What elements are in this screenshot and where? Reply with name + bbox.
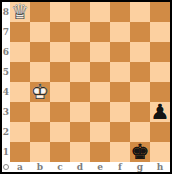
chess-diagram: 87654321 ♛♕♚♔♟♚ abcdefgh [0,0,172,174]
square-b4[interactable]: ♚♔ [30,82,50,102]
rank-labels: 87654321 [2,2,10,162]
square-h3[interactable]: ♟ [150,102,170,122]
square-f1[interactable] [110,142,130,162]
square-g7[interactable] [130,22,150,42]
square-a4[interactable] [10,82,30,102]
square-a7[interactable] [10,22,30,42]
square-b5[interactable] [30,62,50,82]
square-a3[interactable] [10,102,30,122]
square-e2[interactable] [90,122,110,142]
rank-label-8: 8 [2,2,10,22]
square-c6[interactable] [50,42,70,62]
file-label-e: e [90,162,110,172]
file-label-h: h [150,162,170,172]
file-label-b: b [30,162,50,172]
square-f6[interactable] [110,42,130,62]
rank-label-7: 7 [2,22,10,42]
square-d1[interactable] [70,142,90,162]
square-g6[interactable] [130,42,150,62]
square-g3[interactable] [130,102,150,122]
square-a1[interactable] [10,142,30,162]
rank-label-4: 4 [2,82,10,102]
square-f8[interactable] [110,2,130,22]
rank-label-1: 1 [2,142,10,162]
square-c8[interactable] [50,2,70,22]
square-f7[interactable] [110,22,130,42]
square-c4[interactable] [50,82,70,102]
square-b7[interactable] [30,22,50,42]
square-f4[interactable] [110,82,130,102]
square-g5[interactable] [130,62,150,82]
square-b6[interactable] [30,42,50,62]
square-h1[interactable] [150,142,170,162]
file-label-g: g [130,162,150,172]
square-h6[interactable] [150,42,170,62]
white-queen[interactable]: ♕ [10,2,30,22]
square-e8[interactable] [90,2,110,22]
square-f3[interactable] [110,102,130,122]
white-king-fill: ♚ [30,82,50,102]
square-a8[interactable]: ♛♕ [10,2,30,22]
rank-label-2: 2 [2,122,10,142]
square-b2[interactable] [30,122,50,142]
black-pawn[interactable]: ♟ [150,102,170,122]
square-b8[interactable] [30,2,50,22]
square-c3[interactable] [50,102,70,122]
file-labels: abcdefgh [10,162,170,172]
square-d5[interactable] [70,62,90,82]
square-c5[interactable] [50,62,70,82]
square-b3[interactable] [30,102,50,122]
square-e6[interactable] [90,42,110,62]
square-e5[interactable] [90,62,110,82]
square-h7[interactable] [150,22,170,42]
square-g2[interactable] [130,122,150,142]
chess-board: ♛♕♚♔♟♚ [10,2,170,162]
square-b1[interactable] [30,142,50,162]
square-h4[interactable] [150,82,170,102]
square-h5[interactable] [150,62,170,82]
square-f5[interactable] [110,62,130,82]
square-g1[interactable]: ♚ [130,142,150,162]
square-e1[interactable] [90,142,110,162]
square-c7[interactable] [50,22,70,42]
square-d8[interactable] [70,2,90,22]
board-frame: 87654321 ♛♕♚♔♟♚ abcdefgh [2,2,170,172]
square-a6[interactable] [10,42,30,62]
square-a5[interactable] [10,62,30,82]
square-d3[interactable] [70,102,90,122]
square-h2[interactable] [150,122,170,142]
square-g8[interactable] [130,2,150,22]
square-c1[interactable] [50,142,70,162]
rank-label-3: 3 [2,102,10,122]
white-to-move-icon [3,164,9,170]
square-c2[interactable] [50,122,70,142]
square-h8[interactable] [150,2,170,22]
file-label-c: c [50,162,70,172]
square-g4[interactable] [130,82,150,102]
white-king[interactable]: ♔ [30,82,50,102]
square-f2[interactable] [110,122,130,142]
square-d2[interactable] [70,122,90,142]
square-d6[interactable] [70,42,90,62]
turn-indicator-cell [2,162,10,172]
white-queen-fill: ♛ [10,2,30,22]
square-e7[interactable] [90,22,110,42]
black-king[interactable]: ♚ [130,142,150,162]
square-d7[interactable] [70,22,90,42]
square-e4[interactable] [90,82,110,102]
square-d4[interactable] [70,82,90,102]
file-label-a: a [10,162,30,172]
square-e3[interactable] [90,102,110,122]
file-label-d: d [70,162,90,172]
file-label-f: f [110,162,130,172]
rank-label-5: 5 [2,62,10,82]
square-a2[interactable] [10,122,30,142]
rank-label-6: 6 [2,42,10,62]
